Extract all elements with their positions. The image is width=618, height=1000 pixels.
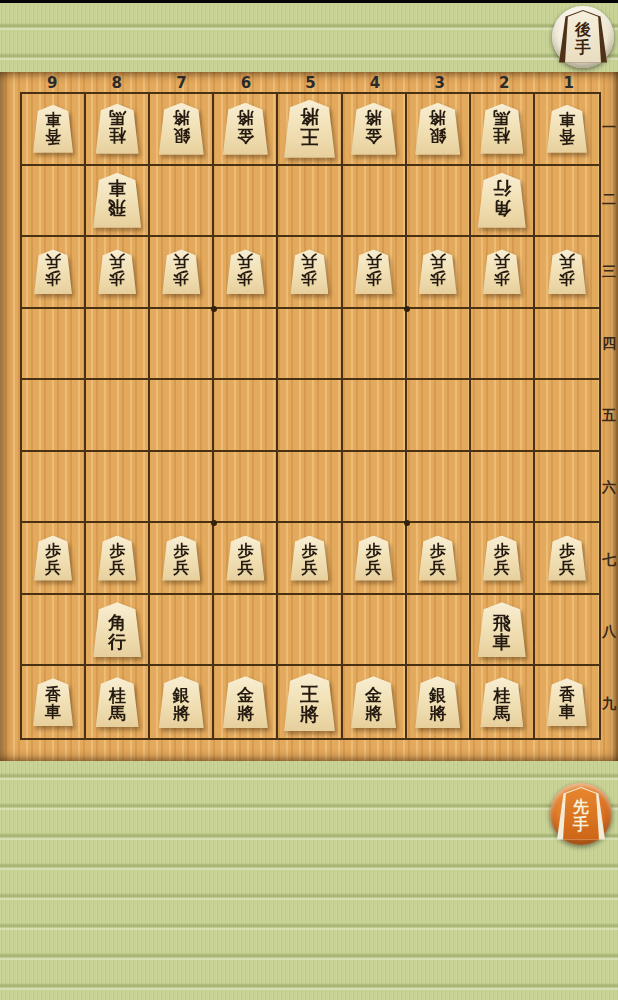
piece-kanji: 銀: [173, 127, 190, 145]
square-3-4[interactable]: [407, 309, 471, 381]
square-5-7[interactable]: 歩兵: [278, 523, 342, 595]
square-6-4[interactable]: [214, 309, 278, 381]
file-coordinates: 987654321: [20, 73, 601, 92]
sente-pawn-piece[interactable]: 歩兵: [419, 536, 457, 581]
piece-kanji: 車: [45, 110, 61, 127]
file-label-3: 3: [407, 73, 472, 92]
square-3-9[interactable]: 銀將: [407, 666, 471, 738]
square-7-8[interactable]: [150, 595, 214, 667]
sente-pawn-piece[interactable]: 歩兵: [226, 536, 264, 581]
piece-kanji: 行: [493, 179, 511, 198]
gote-pawn-piece[interactable]: 歩兵: [226, 249, 264, 294]
square-2-9[interactable]: 桂馬: [471, 666, 535, 738]
piece-kanji: 將: [300, 107, 319, 127]
piece-kanji: 車: [108, 179, 126, 198]
piece-kanji: 香: [559, 127, 575, 144]
square-4-1[interactable]: 金將: [343, 94, 407, 166]
rank-label-1: 一: [600, 92, 618, 164]
sente-pawn-piece[interactable]: 歩兵: [98, 536, 136, 581]
gote-pawn-piece[interactable]: 歩兵: [419, 249, 457, 294]
gote-player-badge: 後手: [552, 6, 614, 68]
square-1-4[interactable]: [535, 309, 599, 381]
rank-label-8: 八: [600, 596, 618, 668]
sente-pawn-piece[interactable]: 歩兵: [290, 536, 328, 581]
square-9-4[interactable]: [22, 309, 86, 381]
square-4-9[interactable]: 金將: [343, 666, 407, 738]
piece-kanji: 金: [365, 127, 382, 145]
square-2-8[interactable]: 飛車: [471, 595, 535, 667]
piece-kanji: 行: [108, 632, 126, 651]
square-2-1[interactable]: 桂馬: [471, 94, 535, 166]
gote-piece-emblem: 後手: [558, 10, 608, 64]
square-3-7[interactable]: 歩兵: [407, 523, 471, 595]
square-4-5[interactable]: [343, 380, 407, 452]
piece-kanji: 飛: [108, 198, 126, 217]
piece-kanji: 兵: [559, 253, 575, 270]
gote-rook-piece[interactable]: 飛車: [93, 173, 141, 228]
piece-kanji: 銀: [173, 686, 190, 704]
square-7-6[interactable]: [150, 452, 214, 524]
square-6-6[interactable]: [214, 452, 278, 524]
square-2-6[interactable]: [471, 452, 535, 524]
sente-gold-piece[interactable]: 金將: [351, 676, 396, 728]
file-label-5: 5: [278, 73, 343, 92]
piece-kanji: 角: [108, 613, 126, 632]
piece-kanji: 歩: [301, 270, 317, 287]
square-9-6[interactable]: [22, 452, 86, 524]
sente-pawn-piece[interactable]: 歩兵: [162, 536, 200, 581]
sente-rook-piece[interactable]: 飛車: [478, 602, 526, 657]
square-1-8[interactable]: [535, 595, 599, 667]
square-1-3[interactable]: 歩兵: [535, 237, 599, 309]
square-2-2[interactable]: 角行: [471, 166, 535, 238]
sente-gold-piece[interactable]: 金將: [223, 676, 268, 728]
square-7-3[interactable]: 歩兵: [150, 237, 214, 309]
star-point: [404, 306, 410, 312]
square-8-5[interactable]: [86, 380, 150, 452]
square-5-9[interactable]: 王將: [278, 666, 342, 738]
piece-kanji: 車: [559, 704, 575, 721]
sente-badge-label: 先手: [563, 788, 599, 840]
square-1-2[interactable]: [535, 166, 599, 238]
square-1-5[interactable]: [535, 380, 599, 452]
file-label-9: 9: [20, 73, 85, 92]
piece-kanji: 車: [493, 632, 511, 651]
piece-kanji: 金: [237, 686, 254, 704]
sente-lance-piece[interactable]: 香車: [547, 678, 587, 726]
square-4-4[interactable]: [343, 309, 407, 381]
rank-label-9: 九: [600, 668, 618, 740]
piece-kanji: 兵: [301, 253, 317, 270]
piece-kanji: 兵: [494, 560, 510, 577]
square-4-6[interactable]: [343, 452, 407, 524]
square-6-2[interactable]: [214, 166, 278, 238]
piece-kanji: 桂: [493, 127, 510, 145]
gote-pawn-piece[interactable]: 歩兵: [355, 249, 393, 294]
gote-pawn-piece[interactable]: 歩兵: [162, 249, 200, 294]
piece-kanji: 將: [429, 109, 446, 127]
rank-label-4: 四: [600, 308, 618, 380]
gote-bishop-piece[interactable]: 角行: [478, 173, 526, 228]
rank-label-2: 二: [600, 164, 618, 236]
gote-badge-label: 後手: [565, 11, 601, 63]
piece-kanji: 兵: [109, 560, 125, 577]
piece-kanji: 將: [300, 704, 319, 724]
piece-kanji: 車: [45, 704, 61, 721]
square-2-3[interactable]: 歩兵: [471, 237, 535, 309]
square-8-2[interactable]: 飛車: [86, 166, 150, 238]
gote-knight-piece[interactable]: 桂馬: [96, 104, 139, 154]
piece-kanji: 歩: [430, 270, 446, 287]
piece-kanji: 銀: [429, 686, 446, 704]
square-7-1[interactable]: 銀將: [150, 94, 214, 166]
piece-kanji: 兵: [109, 253, 125, 270]
piece-kanji: 角: [493, 198, 511, 217]
gote-gold-piece[interactable]: 金將: [351, 103, 396, 155]
top-edge: [0, 0, 618, 3]
square-1-7[interactable]: 歩兵: [535, 523, 599, 595]
piece-kanji: 將: [237, 704, 254, 722]
square-8-8[interactable]: 角行: [86, 595, 150, 667]
piece-kanji: 銀: [429, 127, 446, 145]
square-9-9[interactable]: 香車: [22, 666, 86, 738]
piece-kanji: 金: [365, 686, 382, 704]
square-3-8[interactable]: [407, 595, 471, 667]
square-4-2[interactable]: [343, 166, 407, 238]
piece-kanji: 兵: [494, 253, 510, 270]
piece-kanji: 兵: [366, 253, 382, 270]
piece-kanji: 歩: [237, 270, 253, 287]
square-8-9[interactable]: 桂馬: [86, 666, 150, 738]
square-2-4[interactable]: [471, 309, 535, 381]
square-3-1[interactable]: 銀將: [407, 94, 471, 166]
square-4-3[interactable]: 歩兵: [343, 237, 407, 309]
square-8-6[interactable]: [86, 452, 150, 524]
piece-kanji: 兵: [237, 253, 253, 270]
piece-kanji: 將: [237, 109, 254, 127]
square-7-5[interactable]: [150, 380, 214, 452]
badge-kanji: 手: [575, 39, 591, 57]
piece-kanji: 將: [365, 109, 382, 127]
piece-kanji: 歩: [173, 270, 189, 287]
piece-kanji: 桂: [109, 127, 126, 145]
gote-silver-piece[interactable]: 銀將: [159, 103, 204, 155]
file-label-7: 7: [149, 73, 214, 92]
square-8-4[interactable]: [86, 309, 150, 381]
piece-kanji: 兵: [430, 560, 446, 577]
gote-lance-piece[interactable]: 香車: [33, 105, 73, 153]
piece-kanji: 兵: [430, 253, 446, 270]
piece-kanji: 王: [300, 127, 319, 147]
piece-kanji: 將: [365, 704, 382, 722]
gote-pawn-piece[interactable]: 歩兵: [34, 249, 72, 294]
piece-kanji: 兵: [559, 560, 575, 577]
square-5-8[interactable]: [278, 595, 342, 667]
badge-kanji: 先: [573, 798, 589, 816]
piece-kanji: 兵: [45, 560, 61, 577]
sente-pawn-piece[interactable]: 歩兵: [355, 536, 393, 581]
piece-kanji: 歩: [494, 270, 510, 287]
square-7-7[interactable]: 歩兵: [150, 523, 214, 595]
piece-kanji: 飛: [493, 613, 511, 632]
sente-pawn-piece[interactable]: 歩兵: [34, 536, 72, 581]
star-point: [211, 306, 217, 312]
gote-pawn-piece[interactable]: 歩兵: [483, 249, 521, 294]
square-6-9[interactable]: 金將: [214, 666, 278, 738]
piece-kanji: 桂: [109, 686, 126, 704]
rank-label-6: 六: [600, 452, 618, 524]
piece-kanji: 兵: [173, 560, 189, 577]
sente-pawn-piece[interactable]: 歩兵: [483, 536, 521, 581]
piece-kanji: 馬: [109, 704, 126, 722]
piece-kanji: 金: [237, 127, 254, 145]
gote-king-piece[interactable]: 王將: [284, 100, 335, 158]
square-5-4[interactable]: [278, 309, 342, 381]
sente-piece-emblem: 先手: [556, 787, 606, 841]
piece-kanji: 將: [173, 704, 190, 722]
square-6-7[interactable]: 歩兵: [214, 523, 278, 595]
piece-kanji: 桂: [493, 686, 510, 704]
square-4-8[interactable]: [343, 595, 407, 667]
piece-kanji: 王: [300, 684, 319, 704]
piece-kanji: 兵: [366, 560, 382, 577]
star-point: [211, 520, 217, 526]
square-3-6[interactable]: [407, 452, 471, 524]
piece-kanji: 馬: [493, 109, 510, 127]
star-point: [404, 520, 410, 526]
piece-kanji: 歩: [109, 270, 125, 287]
piece-kanji: 歩: [366, 270, 382, 287]
square-5-3[interactable]: 歩兵: [278, 237, 342, 309]
badge-kanji: 後: [575, 21, 591, 39]
square-1-9[interactable]: 香車: [535, 666, 599, 738]
piece-kanji: 兵: [173, 253, 189, 270]
square-7-2[interactable]: [150, 166, 214, 238]
square-8-7[interactable]: 歩兵: [86, 523, 150, 595]
square-5-2[interactable]: [278, 166, 342, 238]
gote-pawn-piece[interactable]: 歩兵: [548, 249, 586, 294]
square-1-1[interactable]: 香車: [535, 94, 599, 166]
rank-label-7: 七: [600, 524, 618, 596]
square-5-6[interactable]: [278, 452, 342, 524]
piece-kanji: 歩: [559, 270, 575, 287]
rank-label-5: 五: [600, 380, 618, 452]
square-7-9[interactable]: 銀將: [150, 666, 214, 738]
piece-kanji: 馬: [109, 109, 126, 127]
sente-pawn-piece[interactable]: 歩兵: [548, 536, 586, 581]
square-9-5[interactable]: [22, 380, 86, 452]
sente-bishop-piece[interactable]: 角行: [93, 602, 141, 657]
piece-kanji: 兵: [301, 560, 317, 577]
square-9-2[interactable]: [22, 166, 86, 238]
sente-knight-piece[interactable]: 桂馬: [96, 677, 139, 727]
piece-kanji: 將: [173, 109, 190, 127]
square-1-6[interactable]: [535, 452, 599, 524]
piece-kanji: 馬: [493, 704, 510, 722]
piece-kanji: 兵: [237, 560, 253, 577]
sente-player-badge: 先手: [550, 783, 612, 845]
gote-silver-piece[interactable]: 銀將: [415, 103, 460, 155]
square-8-1[interactable]: 桂馬: [86, 94, 150, 166]
square-9-7[interactable]: 歩兵: [22, 523, 86, 595]
file-label-6: 6: [214, 73, 279, 92]
gote-lance-piece[interactable]: 香車: [547, 105, 587, 153]
square-6-8[interactable]: [214, 595, 278, 667]
sente-lance-piece[interactable]: 香車: [33, 678, 73, 726]
piece-kanji: 車: [559, 110, 575, 127]
square-6-1[interactable]: 金將: [214, 94, 278, 166]
file-label-8: 8: [85, 73, 150, 92]
file-label-4: 4: [343, 73, 408, 92]
file-label-2: 2: [472, 73, 537, 92]
square-3-2[interactable]: [407, 166, 471, 238]
badge-kanji: 手: [573, 816, 589, 834]
sente-silver-piece[interactable]: 銀將: [415, 676, 460, 728]
square-3-3[interactable]: 歩兵: [407, 237, 471, 309]
piece-kanji: 兵: [45, 253, 61, 270]
rank-coordinates: 一二三四五六七八九: [600, 92, 618, 740]
square-5-1[interactable]: 王將: [278, 94, 342, 166]
square-9-8[interactable]: [22, 595, 86, 667]
square-2-7[interactable]: 歩兵: [471, 523, 535, 595]
board-grid: 香車桂馬銀將金將王將金將銀將桂馬香車飛車角行歩兵歩兵歩兵歩兵歩兵歩兵歩兵歩兵歩兵…: [20, 92, 601, 740]
square-9-3[interactable]: 歩兵: [22, 237, 86, 309]
piece-kanji: 歩: [45, 270, 61, 287]
square-2-5[interactable]: [471, 380, 535, 452]
sente-silver-piece[interactable]: 銀將: [159, 676, 204, 728]
shogi-app-screen: 987654321 一二三四五六七八九 香車桂馬銀將金將王將金將銀將桂馬香車飛車…: [0, 0, 618, 1000]
piece-kanji: 將: [429, 704, 446, 722]
square-8-3[interactable]: 歩兵: [86, 237, 150, 309]
square-9-1[interactable]: 香車: [22, 94, 86, 166]
gote-gold-piece[interactable]: 金將: [223, 103, 268, 155]
square-7-4[interactable]: [150, 309, 214, 381]
gote-pawn-piece[interactable]: 歩兵: [98, 249, 136, 294]
rank-label-3: 三: [600, 236, 618, 308]
sente-knight-piece[interactable]: 桂馬: [480, 677, 523, 727]
gote-pawn-piece[interactable]: 歩兵: [290, 249, 328, 294]
square-4-7[interactable]: 歩兵: [343, 523, 407, 595]
gote-knight-piece[interactable]: 桂馬: [480, 104, 523, 154]
piece-kanji: 香: [45, 127, 61, 144]
file-label-1: 1: [536, 73, 601, 92]
square-5-5[interactable]: [278, 380, 342, 452]
square-6-3[interactable]: 歩兵: [214, 237, 278, 309]
square-3-5[interactable]: [407, 380, 471, 452]
square-6-5[interactable]: [214, 380, 278, 452]
sente-king-piece[interactable]: 王將: [284, 673, 335, 731]
